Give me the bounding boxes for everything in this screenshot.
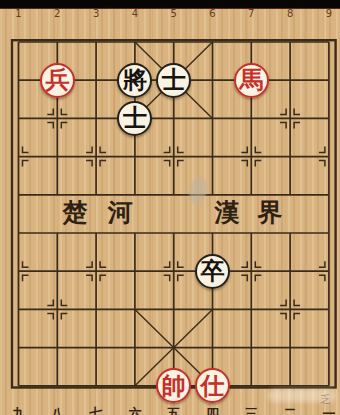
river-char: 河 (106, 199, 134, 226)
xiangqi-board: 123456789 乏 楚河漢界 兵將士馬士卒帥仕 九八七六五四三二一 (0, 0, 340, 415)
river-char: 界 (256, 199, 284, 226)
file-label-bottom-8: 二 (278, 407, 302, 415)
file-label-bottom-5: 五 (162, 407, 186, 415)
file-label-bottom-1: 九 (7, 407, 31, 415)
file-label-bottom-3: 七 (84, 407, 108, 415)
river-char: 漢 (213, 199, 241, 226)
file-label-bottom-9: 一 (317, 407, 340, 415)
river-char: 楚 (61, 199, 89, 226)
watermark-glyph: 乏 (320, 392, 331, 407)
file-label-bottom-7: 三 (239, 407, 263, 415)
piece-black-general-f4r2[interactable]: 將 (117, 63, 152, 98)
piece-red-horse-f7r2[interactable]: 馬 (234, 63, 269, 98)
file-label-bottom-2: 八 (45, 407, 69, 415)
file-label-bottom-4: 六 (123, 407, 147, 415)
piece-black-advisor-f5r2[interactable]: 士 (156, 63, 191, 98)
piece-red-soldier-f2r2[interactable]: 兵 (40, 63, 75, 98)
file-label-bottom-6: 四 (201, 407, 225, 415)
piece-black-soldier-f6r7[interactable]: 卒 (195, 254, 230, 289)
